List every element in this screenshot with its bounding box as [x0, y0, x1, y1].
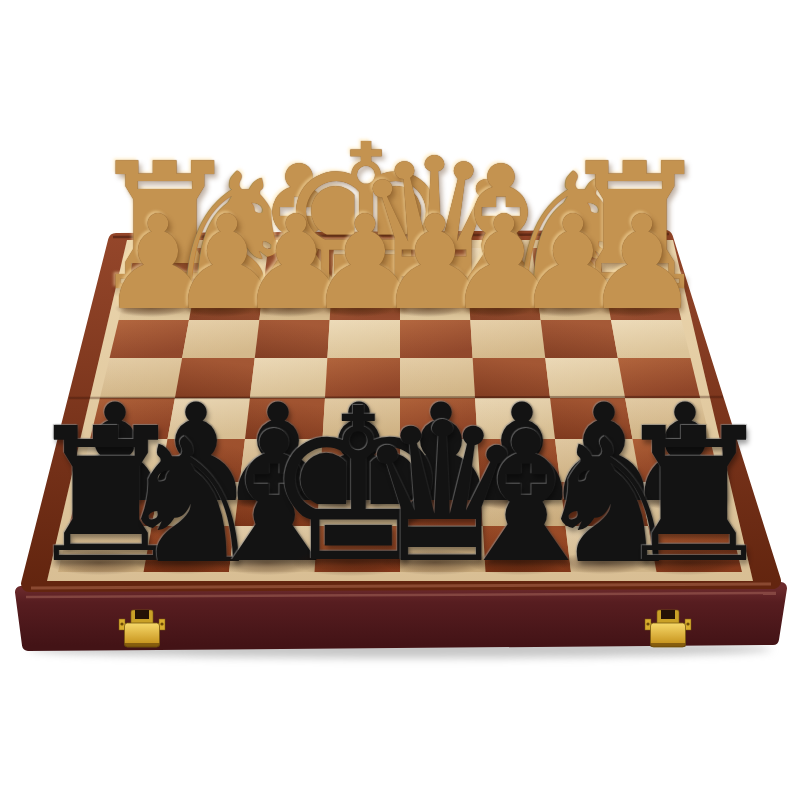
piece-white-pawn-a2[interactable]: ♟ [584, 198, 701, 328]
chess-set-photo: ♜♞♝♚♛♝♞♜♟♟♟♟♟♟♟♟♟♟♟♟♟♟♟♟♜♞♝♚♛♝♞♜ [0, 0, 800, 785]
piece-black-rook-a8[interactable]: ♜ [611, 404, 777, 589]
